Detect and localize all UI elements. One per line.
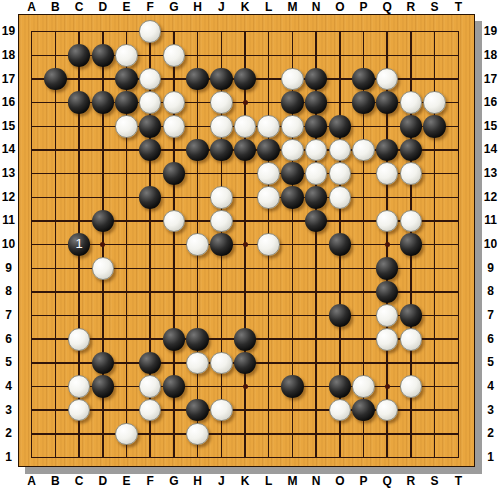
black-stone-P16 — [352, 91, 375, 114]
col-label-top-O: O — [332, 1, 348, 14]
col-label-top-Q: Q — [379, 1, 395, 14]
white-stone-S16 — [423, 91, 446, 114]
row-label-right-3: 3 — [481, 404, 500, 417]
black-stone-D4 — [92, 375, 115, 398]
white-stone-L13 — [257, 162, 280, 185]
row-label-right-8: 8 — [481, 285, 500, 298]
black-stone-E17 — [115, 68, 138, 91]
grid-hline-2 — [31, 433, 459, 435]
black-stone-O7 — [329, 304, 352, 327]
black-stone-L14 — [257, 139, 280, 162]
col-label-bottom-G: G — [166, 475, 182, 488]
white-stone-J16 — [210, 91, 233, 114]
row-label-right-17: 17 — [481, 73, 500, 86]
white-stone-H5 — [186, 352, 209, 375]
row-label-left-9: 9 — [0, 262, 17, 275]
col-label-top-B: B — [47, 1, 63, 14]
col-label-top-J: J — [213, 1, 229, 14]
col-label-bottom-F: F — [142, 475, 158, 488]
row-label-right-11: 11 — [481, 214, 500, 227]
col-label-top-S: S — [427, 1, 443, 14]
white-stone-N13 — [305, 162, 328, 185]
white-stone-F4 — [139, 375, 162, 398]
row-label-left-10: 10 — [0, 238, 17, 251]
black-stone-H6 — [186, 328, 209, 351]
col-label-bottom-P: P — [356, 475, 372, 488]
col-label-top-E: E — [119, 1, 135, 14]
black-stone-S15 — [423, 115, 446, 138]
black-stone-H17 — [186, 68, 209, 91]
row-label-right-12: 12 — [481, 191, 500, 204]
black-stone-G6 — [163, 328, 186, 351]
grid-vline-T — [458, 31, 460, 458]
white-stone-L12 — [257, 186, 280, 209]
col-label-bottom-T: T — [450, 475, 466, 488]
white-stone-O12 — [329, 186, 352, 209]
row-label-right-1: 1 — [481, 451, 500, 464]
star-point-Q4 — [385, 384, 390, 389]
white-stone-L15 — [257, 115, 280, 138]
row-label-right-15: 15 — [481, 120, 500, 133]
col-label-bottom-S: S — [427, 475, 443, 488]
white-stone-J11 — [210, 210, 233, 233]
col-label-top-R: R — [403, 1, 419, 14]
col-label-top-L: L — [261, 1, 277, 14]
col-label-top-P: P — [356, 1, 372, 14]
black-stone-F15 — [139, 115, 162, 138]
row-label-left-15: 15 — [0, 120, 17, 133]
row-label-right-9: 9 — [481, 262, 500, 275]
col-label-top-G: G — [166, 1, 182, 14]
col-label-top-A: A — [24, 1, 40, 14]
col-label-bottom-N: N — [308, 475, 324, 488]
col-label-bottom-L: L — [261, 475, 277, 488]
col-label-top-M: M — [284, 1, 300, 14]
black-stone-G13 — [163, 162, 186, 185]
col-label-bottom-Q: Q — [379, 475, 395, 488]
white-stone-M14 — [281, 139, 304, 162]
black-stone-N15 — [305, 115, 328, 138]
white-stone-C4 — [68, 375, 91, 398]
row-label-left-4: 4 — [0, 380, 17, 393]
row-label-left-3: 3 — [0, 404, 17, 417]
row-label-right-18: 18 — [481, 49, 500, 62]
white-stone-K15 — [234, 115, 257, 138]
row-label-left-13: 13 — [0, 167, 17, 180]
white-stone-P14 — [352, 139, 375, 162]
col-label-top-C: C — [71, 1, 87, 14]
row-label-right-4: 4 — [481, 380, 500, 393]
row-label-right-16: 16 — [481, 96, 500, 109]
col-label-bottom-O: O — [332, 475, 348, 488]
col-label-top-F: F — [142, 1, 158, 14]
move-number-C10: 1 — [68, 233, 91, 256]
col-label-bottom-B: B — [47, 475, 63, 488]
black-stone-D11 — [92, 210, 115, 233]
white-stone-R16 — [400, 91, 423, 114]
row-label-right-6: 6 — [481, 333, 500, 346]
row-label-left-17: 17 — [0, 73, 17, 86]
white-stone-J15 — [210, 115, 233, 138]
white-stone-Q6 — [376, 328, 399, 351]
col-label-top-D: D — [95, 1, 111, 14]
col-label-bottom-D: D — [95, 475, 111, 488]
white-stone-M17 — [281, 68, 304, 91]
black-stone-O15 — [329, 115, 352, 138]
row-label-right-5: 5 — [481, 356, 500, 369]
row-label-left-16: 16 — [0, 96, 17, 109]
col-label-bottom-A: A — [24, 475, 40, 488]
white-stone-G15 — [163, 115, 186, 138]
white-stone-E15 — [115, 115, 138, 138]
white-stone-E2 — [115, 423, 138, 446]
black-stone-M13 — [281, 162, 304, 185]
row-label-left-14: 14 — [0, 143, 17, 156]
col-label-bottom-C: C — [71, 475, 87, 488]
white-stone-R6 — [400, 328, 423, 351]
white-stone-P4 — [352, 375, 375, 398]
row-label-left-7: 7 — [0, 309, 17, 322]
black-stone-M16 — [281, 91, 304, 114]
col-label-top-H: H — [190, 1, 206, 14]
col-label-bottom-R: R — [403, 475, 419, 488]
row-label-right-13: 13 — [481, 167, 500, 180]
white-stone-J5 — [210, 352, 233, 375]
black-stone-E16 — [115, 91, 138, 114]
row-label-left-11: 11 — [0, 214, 17, 227]
black-stone-C18 — [68, 44, 91, 67]
white-stone-J12 — [210, 186, 233, 209]
white-stone-C6 — [68, 328, 91, 351]
grid-hline-1 — [31, 457, 459, 459]
black-stone-P17 — [352, 68, 375, 91]
col-label-bottom-K: K — [237, 475, 253, 488]
white-stone-H2 — [186, 423, 209, 446]
col-label-bottom-J: J — [213, 475, 229, 488]
row-label-left-5: 5 — [0, 356, 17, 369]
black-stone-M12 — [281, 186, 304, 209]
star-point-Q10 — [385, 242, 390, 247]
black-stone-R7 — [400, 304, 423, 327]
black-stone-B17 — [44, 68, 67, 91]
white-stone-E18 — [115, 44, 138, 67]
row-label-left-19: 19 — [0, 25, 17, 38]
star-point-K16 — [243, 100, 248, 105]
white-stone-H10 — [186, 233, 209, 256]
white-stone-O13 — [329, 162, 352, 185]
black-stone-M4 — [281, 375, 304, 398]
go-app-screen: 1 AABBCCDDEEFFGGHHJJKKLLMMNNOOPPQQRRSSTT… — [0, 0, 500, 500]
col-label-top-K: K — [237, 1, 253, 14]
black-stone-D18 — [92, 44, 115, 67]
black-stone-O4 — [329, 375, 352, 398]
row-label-left-18: 18 — [0, 49, 17, 62]
col-label-top-T: T — [450, 1, 466, 14]
black-stone-Q9 — [376, 257, 399, 280]
col-label-bottom-E: E — [119, 475, 135, 488]
black-stone-R15 — [400, 115, 423, 138]
black-stone-G4 — [163, 375, 186, 398]
row-label-left-6: 6 — [0, 333, 17, 346]
col-label-bottom-H: H — [190, 475, 206, 488]
white-stone-G16 — [163, 91, 186, 114]
col-label-bottom-M: M — [284, 475, 300, 488]
black-stone-J14 — [210, 139, 233, 162]
row-label-right-19: 19 — [481, 25, 500, 38]
row-label-right-10: 10 — [481, 238, 500, 251]
white-stone-G18 — [163, 44, 186, 67]
col-label-top-N: N — [308, 1, 324, 14]
black-stone-J10 — [210, 233, 233, 256]
black-stone-F12 — [139, 186, 162, 209]
star-point-K4 — [243, 384, 248, 389]
black-stone-D5 — [92, 352, 115, 375]
black-stone-P3 — [352, 399, 375, 422]
row-label-left-8: 8 — [0, 285, 17, 298]
black-stone-D16 — [92, 91, 115, 114]
row-label-left-1: 1 — [0, 451, 17, 464]
white-stone-R13 — [400, 162, 423, 185]
black-stone-N12 — [305, 186, 328, 209]
row-label-left-2: 2 — [0, 427, 17, 440]
black-stone-O10 — [329, 233, 352, 256]
row-label-right-2: 2 — [481, 427, 500, 440]
white-stone-J3 — [210, 399, 233, 422]
black-stone-H14 — [186, 139, 209, 162]
white-stone-R4 — [400, 375, 423, 398]
black-stone-K6 — [234, 328, 257, 351]
white-stone-M15 — [281, 115, 304, 138]
white-stone-D9 — [92, 257, 115, 280]
white-stone-L10 — [257, 233, 280, 256]
black-stone-J17 — [210, 68, 233, 91]
row-label-right-14: 14 — [481, 143, 500, 156]
row-label-left-12: 12 — [0, 191, 17, 204]
row-label-right-7: 7 — [481, 309, 500, 322]
black-stone-R10 — [400, 233, 423, 256]
star-point-K10 — [243, 242, 248, 247]
